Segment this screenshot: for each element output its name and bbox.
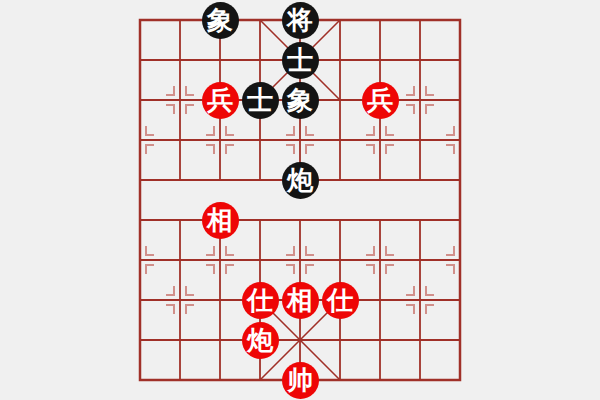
piece-red-elephant[interactable]: 相 [282, 282, 319, 319]
piece-red-advisor[interactable]: 仕 [242, 282, 279, 319]
piece-black-cannon[interactable]: 炮 [282, 162, 319, 199]
pieces-layer: 象将士兵士象兵炮相仕相仕炮帅 [120, 0, 480, 400]
xiangqi-board: 象将士兵士象兵炮相仕相仕炮帅 [0, 0, 600, 400]
piece-red-soldier[interactable]: 兵 [202, 82, 239, 119]
piece-black-elephant[interactable]: 象 [202, 2, 239, 39]
piece-black-advisor[interactable]: 士 [242, 82, 279, 119]
piece-red-advisor[interactable]: 仕 [322, 282, 359, 319]
piece-black-elephant[interactable]: 象 [282, 82, 319, 119]
piece-red-king[interactable]: 帅 [282, 362, 319, 399]
piece-red-cannon[interactable]: 炮 [242, 322, 279, 359]
piece-red-soldier[interactable]: 兵 [362, 82, 399, 119]
piece-black-king[interactable]: 将 [282, 2, 319, 39]
piece-red-elephant[interactable]: 相 [202, 202, 239, 239]
piece-black-advisor[interactable]: 士 [282, 42, 319, 79]
xiangqi-board-screen: 象将士兵士象兵炮相仕相仕炮帅 [0, 0, 600, 400]
